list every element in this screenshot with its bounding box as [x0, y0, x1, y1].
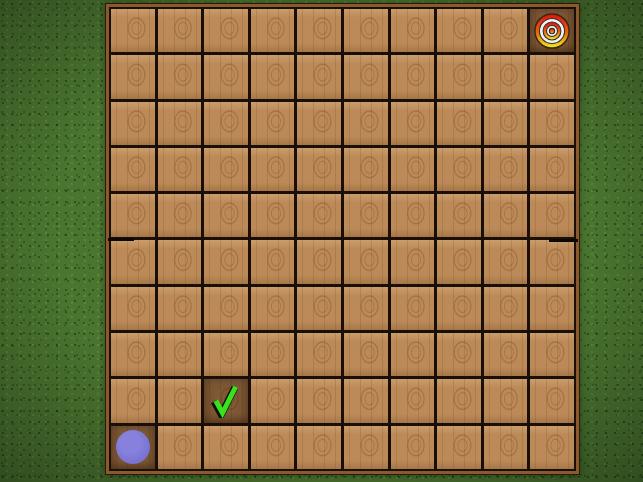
board-cell-r1c10[interactable] — [530, 9, 574, 52]
board-cell-r7c7[interactable] — [391, 287, 435, 330]
board-cell-r7c3[interactable] — [204, 287, 248, 330]
board-cell-r3c8[interactable] — [437, 102, 481, 145]
board-cell-r5c6[interactable] — [344, 194, 388, 237]
board-cell-r5c1[interactable] — [111, 194, 155, 237]
board-cell-r10c5[interactable] — [297, 426, 341, 469]
board-cell-r4c1[interactable] — [111, 148, 155, 191]
board-cell-r5c10[interactable] — [530, 194, 574, 237]
board-cell-r7c6[interactable] — [344, 287, 388, 330]
board-cell-r9c10[interactable] — [530, 379, 574, 422]
board-cell-r7c9[interactable] — [484, 287, 528, 330]
board-cell-r3c4[interactable] — [251, 102, 295, 145]
board-cell-r1c8[interactable] — [437, 9, 481, 52]
board-cell-r1c9[interactable] — [484, 9, 528, 52]
mid-row-divider-mark-right — [549, 239, 578, 242]
board-cell-r6c10[interactable] — [530, 240, 574, 283]
board-cell-r7c8[interactable] — [437, 287, 481, 330]
board-cell-r9c9[interactable] — [484, 379, 528, 422]
board-grid — [109, 7, 576, 471]
board-cell-r4c3[interactable] — [204, 148, 248, 191]
board-cell-r8c6[interactable] — [344, 333, 388, 376]
board-cell-r2c9[interactable] — [484, 55, 528, 98]
board-cell-r9c6[interactable] — [344, 379, 388, 422]
board-cell-r2c2[interactable] — [158, 55, 202, 98]
board-cell-r4c2[interactable] — [158, 148, 202, 191]
board-cell-r10c8[interactable] — [437, 426, 481, 469]
board-cell-r9c5[interactable] — [297, 379, 341, 422]
board-cell-r6c4[interactable] — [251, 240, 295, 283]
bullseye-target-icon — [533, 12, 571, 50]
board-cell-r2c10[interactable] — [530, 55, 574, 98]
board-cell-r8c9[interactable] — [484, 333, 528, 376]
board-cell-r2c7[interactable] — [391, 55, 435, 98]
board-cell-r10c7[interactable] — [391, 426, 435, 469]
board-cell-r3c3[interactable] — [204, 102, 248, 145]
board-cell-r6c1[interactable] — [111, 240, 155, 283]
board-cell-r1c7[interactable] — [391, 9, 435, 52]
board-cell-r4c4[interactable] — [251, 148, 295, 191]
board-cell-r6c8[interactable] — [437, 240, 481, 283]
board-cell-r5c8[interactable] — [437, 194, 481, 237]
board-cell-r1c4[interactable] — [251, 9, 295, 52]
board-cell-r2c3[interactable] — [204, 55, 248, 98]
board-cell-r4c5[interactable] — [297, 148, 341, 191]
mid-row-divider-mark-left — [108, 238, 134, 241]
board-cell-r10c3[interactable] — [204, 426, 248, 469]
board-cell-r8c8[interactable] — [437, 333, 481, 376]
board-cell-r9c1[interactable] — [111, 379, 155, 422]
board-cell-r6c2[interactable] — [158, 240, 202, 283]
board-cell-r2c1[interactable] — [111, 55, 155, 98]
board-cell-r9c7[interactable] — [391, 379, 435, 422]
board-cell-r2c5[interactable] — [297, 55, 341, 98]
board-cell-r1c1[interactable] — [111, 9, 155, 52]
board-cell-r7c2[interactable] — [158, 287, 202, 330]
board-cell-r3c2[interactable] — [158, 102, 202, 145]
board-cell-r3c7[interactable] — [391, 102, 435, 145]
board-cell-r1c2[interactable] — [158, 9, 202, 52]
board-cell-r8c1[interactable] — [111, 333, 155, 376]
board-cell-r4c7[interactable] — [391, 148, 435, 191]
board-cell-r10c1[interactable] — [111, 426, 155, 469]
board-cell-r6c6[interactable] — [344, 240, 388, 283]
board-cell-r10c2[interactable] — [158, 426, 202, 469]
board-cell-r7c4[interactable] — [251, 287, 295, 330]
game-board — [106, 4, 579, 474]
board-cell-r3c10[interactable] — [530, 102, 574, 145]
board-cell-r5c2[interactable] — [158, 194, 202, 237]
board-cell-r5c3[interactable] — [204, 194, 248, 237]
board-cell-r6c3[interactable] — [204, 240, 248, 283]
board-cell-r3c1[interactable] — [111, 102, 155, 145]
board-cell-r1c3[interactable] — [204, 9, 248, 52]
green-checkmark-icon — [210, 384, 242, 418]
board-cell-r8c5[interactable] — [297, 333, 341, 376]
board-cell-r2c4[interactable] — [251, 55, 295, 98]
board-cell-r4c10[interactable] — [530, 148, 574, 191]
board-cell-r3c9[interactable] — [484, 102, 528, 145]
board-cell-r4c8[interactable] — [437, 148, 481, 191]
board-cell-r6c7[interactable] — [391, 240, 435, 283]
board-cell-r8c7[interactable] — [391, 333, 435, 376]
board-cell-r9c8[interactable] — [437, 379, 481, 422]
board-cell-r7c10[interactable] — [530, 287, 574, 330]
grass-background — [0, 0, 643, 482]
board-cell-r9c2[interactable] — [158, 379, 202, 422]
board-cell-r9c4[interactable] — [251, 379, 295, 422]
board-cell-r5c5[interactable] — [297, 194, 341, 237]
board-cell-r9c3[interactable] — [204, 379, 248, 422]
board-cell-r8c3[interactable] — [204, 333, 248, 376]
board-cell-r1c6[interactable] — [344, 9, 388, 52]
board-cell-r2c8[interactable] — [437, 55, 481, 98]
board-cell-r8c10[interactable] — [530, 333, 574, 376]
board-cell-r4c6[interactable] — [344, 148, 388, 191]
board-cell-r5c7[interactable] — [391, 194, 435, 237]
board-cell-r10c10[interactable] — [530, 426, 574, 469]
board-cell-r6c5[interactable] — [297, 240, 341, 283]
board-cell-r4c9[interactable] — [484, 148, 528, 191]
purple-ball[interactable] — [116, 430, 150, 464]
board-cell-r5c9[interactable] — [484, 194, 528, 237]
board-cell-r7c1[interactable] — [111, 287, 155, 330]
board-cell-r5c4[interactable] — [251, 194, 295, 237]
board-cell-r10c9[interactable] — [484, 426, 528, 469]
board-cell-r8c4[interactable] — [251, 333, 295, 376]
board-cell-r3c5[interactable] — [297, 102, 341, 145]
board-cell-r8c2[interactable] — [158, 333, 202, 376]
board-cell-r10c4[interactable] — [251, 426, 295, 469]
board-cell-r1c5[interactable] — [297, 9, 341, 52]
board-cell-r6c9[interactable] — [484, 240, 528, 283]
board-cell-r2c6[interactable] — [344, 55, 388, 98]
board-cell-r3c6[interactable] — [344, 102, 388, 145]
board-cell-r7c5[interactable] — [297, 287, 341, 330]
board-cell-r10c6[interactable] — [344, 426, 388, 469]
